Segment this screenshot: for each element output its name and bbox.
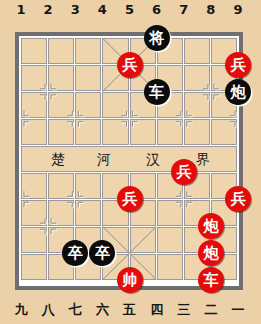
board-cell <box>157 119 183 145</box>
river-label-jie: 界 <box>195 151 211 167</box>
board-cell <box>21 254 47 280</box>
piece-red-soldier[interactable]: 兵 <box>117 186 143 212</box>
board-cell <box>48 119 74 145</box>
piece-red-soldier[interactable]: 兵 <box>225 186 251 212</box>
board-cell <box>48 38 74 64</box>
board-cell <box>75 173 101 199</box>
file-label-top-3: 3 <box>65 3 85 17</box>
file-labels-top: 123456789 <box>11 3 248 17</box>
piece-red-cannon[interactable]: 炮 <box>198 213 224 239</box>
board-cell <box>130 119 156 145</box>
board-cell <box>75 38 101 64</box>
file-label-bottom-5: 五 <box>120 303 140 317</box>
file-labels-bottom: 九八七六五四三二一 <box>11 303 248 317</box>
board-cell <box>184 92 210 118</box>
river-band: 楚河汉界 <box>21 146 237 172</box>
board-cell <box>21 227 47 253</box>
board-cell <box>184 119 210 145</box>
board-cell <box>157 200 183 226</box>
board-cell <box>48 173 74 199</box>
board-cell <box>48 65 74 91</box>
board-cell <box>21 119 47 145</box>
board-cell <box>184 65 210 91</box>
board-cell <box>211 119 237 145</box>
board-cell <box>21 38 47 64</box>
river-label-chu: 楚 <box>50 151 66 167</box>
file-label-bottom-6: 四 <box>147 303 167 317</box>
file-label-top-2: 2 <box>38 3 58 17</box>
file-label-bottom-7: 三 <box>174 303 194 317</box>
file-label-bottom-4: 六 <box>92 303 112 317</box>
piece-black-chariot[interactable]: 车 <box>144 79 170 105</box>
piece-red-soldier[interactable]: 兵 <box>117 52 143 78</box>
file-label-bottom-3: 七 <box>65 303 85 317</box>
board-cell <box>75 65 101 91</box>
file-label-top-5: 5 <box>120 3 140 17</box>
piece-black-cannon[interactable]: 炮 <box>225 79 251 105</box>
piece-black-general[interactable]: 将 <box>144 25 170 51</box>
board-cell <box>21 173 47 199</box>
river-label-he: 河 <box>96 151 112 167</box>
file-label-top-7: 7 <box>174 3 194 17</box>
board-cell <box>157 254 183 280</box>
file-label-bottom-9: 一 <box>228 303 248 317</box>
board-cell <box>21 200 47 226</box>
piece-red-cannon[interactable]: 炮 <box>198 240 224 266</box>
piece-red-soldier[interactable]: 兵 <box>171 159 197 185</box>
board-cell <box>75 200 101 226</box>
file-label-bottom-1: 九 <box>11 303 31 317</box>
board-cell <box>75 92 101 118</box>
file-label-top-1: 1 <box>11 3 31 17</box>
file-label-top-9: 9 <box>228 3 248 17</box>
board-cell <box>48 200 74 226</box>
xiangqi-board-screen: 123456789 楚河汉界 将兵兵车炮兵兵兵炮卒卒炮帅车 九八七六五四三二一 <box>0 0 261 324</box>
board-cell <box>102 119 128 145</box>
board-cell <box>75 119 101 145</box>
file-label-top-4: 4 <box>92 3 112 17</box>
board-cell <box>21 92 47 118</box>
file-label-bottom-8: 二 <box>201 303 221 317</box>
board-cell <box>130 227 156 253</box>
piece-red-general[interactable]: 帅 <box>117 267 143 293</box>
piece-red-chariot[interactable]: 车 <box>198 267 224 293</box>
board-cell <box>48 92 74 118</box>
piece-red-soldier[interactable]: 兵 <box>225 52 251 78</box>
board-cell <box>21 65 47 91</box>
river-label-han: 汉 <box>145 151 161 167</box>
board-cell <box>184 38 210 64</box>
file-label-bottom-2: 八 <box>38 303 58 317</box>
board-cell <box>102 92 128 118</box>
board-cell <box>157 227 183 253</box>
file-label-top-6: 6 <box>147 3 167 17</box>
file-label-top-8: 8 <box>201 3 221 17</box>
